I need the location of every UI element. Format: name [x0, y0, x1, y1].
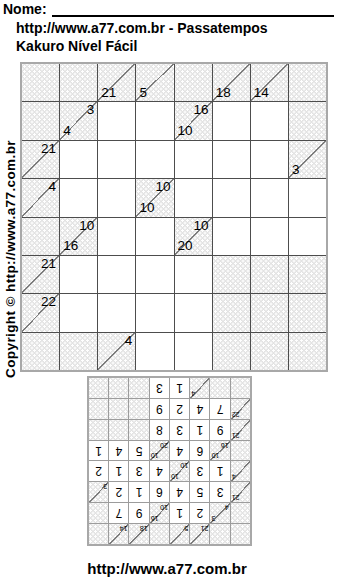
blocked-cell — [289, 64, 326, 101]
blocked-cell — [22, 102, 59, 139]
clue-cell: 18 — [130, 524, 149, 544]
clue-cell: 4 — [190, 378, 209, 398]
blocked-cell — [130, 420, 149, 440]
clue-cell: 1610 — [175, 102, 212, 139]
solution-digit: 4 — [170, 441, 189, 461]
solution-cell: 8 — [150, 420, 169, 440]
solution-cell: 6 — [190, 441, 209, 461]
blocked-cell — [109, 378, 128, 398]
solution-cell: 2 — [170, 399, 189, 419]
solution-digit: 4 — [109, 441, 128, 461]
solution-digit: 1 — [211, 462, 230, 482]
across-clue: 10 — [194, 219, 209, 233]
across-clue: 10 — [212, 453, 220, 460]
across-clue: 21 — [232, 494, 240, 501]
solution-digit: 4 — [150, 462, 169, 482]
across-clue: 10 — [79, 219, 94, 233]
solution-digit: 1 — [190, 420, 209, 440]
clue-cell: 3 — [289, 141, 326, 178]
solution-digit: 1 — [170, 503, 189, 523]
puzzle-title: Kakuro Nível Fácil — [16, 38, 137, 54]
blocked-cell — [60, 64, 97, 101]
blocked-cell — [231, 503, 250, 523]
across-clue: 21 — [41, 257, 56, 271]
across-clue: 10 — [155, 180, 170, 194]
entry-cell[interactable] — [136, 102, 173, 139]
entry-cell[interactable] — [251, 102, 288, 139]
entry-cell[interactable] — [213, 141, 250, 178]
across-clue: 4 — [49, 180, 57, 194]
clue-cell: 22 — [231, 399, 250, 419]
solution-cell: 3 — [130, 462, 149, 482]
down-clue: 5 — [184, 525, 188, 532]
solution-digit: 1 — [130, 482, 149, 502]
blocked-cell — [89, 399, 108, 419]
solution-cell: 4 — [170, 441, 189, 461]
clue-cell: 22 — [22, 294, 59, 331]
clue-cell: 1610 — [150, 503, 169, 523]
clue-cell: 5 — [136, 64, 173, 101]
solution-cell: 9 — [211, 420, 230, 440]
blocked-cell — [22, 218, 59, 255]
solution-cell: 4 — [170, 482, 189, 502]
site-title: http://www.a77.com.br - Passatempos — [16, 20, 268, 36]
entry-cell[interactable] — [60, 179, 97, 216]
solution-cell: 7 — [211, 399, 230, 419]
clue-cell: 1020 — [150, 441, 169, 461]
solution-cell: 1 — [109, 462, 128, 482]
blocked-cell — [231, 441, 250, 461]
clue-cell: 1010 — [136, 179, 173, 216]
solution-cell: 1 — [170, 378, 189, 398]
solution-cell: 1 — [89, 441, 108, 461]
entry-cell[interactable] — [213, 102, 250, 139]
blocked-cell — [251, 294, 288, 331]
solution-cell: 3 — [211, 482, 230, 502]
entry-cell[interactable] — [213, 218, 250, 255]
entry-cell[interactable] — [136, 218, 173, 255]
blocked-cell — [89, 524, 108, 544]
entry-cell[interactable] — [175, 256, 212, 293]
name-label: Nome: — [3, 1, 47, 17]
solution-digit: 7 — [211, 399, 230, 419]
blocked-cell — [89, 503, 108, 523]
clue-cell: 1016 — [60, 218, 97, 255]
clue-cell: 3 — [89, 482, 108, 502]
across-clue: 4 — [191, 390, 195, 397]
blocked-cell — [22, 333, 59, 370]
solution-digit: 8 — [150, 420, 169, 440]
solution-digit: 4 — [190, 399, 209, 419]
across-clue: 22 — [232, 411, 240, 418]
solution-cell: 6 — [150, 482, 169, 502]
clue-cell: 34 — [60, 102, 97, 139]
down-clue: 20 — [178, 239, 193, 253]
solution-digit: 3 — [190, 462, 209, 482]
clue-cell: 21 — [98, 64, 135, 101]
solution-cell: 2 — [190, 503, 209, 523]
solution-cell: 1 — [211, 462, 230, 482]
blocked-cell — [251, 256, 288, 293]
clue-cell: 21 — [22, 256, 59, 293]
across-clue: 4 — [125, 334, 133, 348]
clue-cell: 21 — [22, 141, 59, 178]
blocked-cell — [211, 378, 230, 398]
blocked-cell — [289, 102, 326, 139]
across-clue: 10 — [171, 473, 179, 480]
down-clue: 5 — [139, 86, 147, 100]
blocked-cell — [289, 294, 326, 331]
down-clue: 10 — [178, 124, 193, 138]
solution-digit: 9 — [150, 399, 169, 419]
clue-cell: 1010 — [170, 462, 189, 482]
entry-cell[interactable] — [289, 218, 326, 255]
entry-cell[interactable] — [98, 218, 135, 255]
clue-cell: 1016 — [211, 441, 230, 461]
across-clue: 16 — [151, 515, 159, 522]
solution-cell: 9 — [130, 503, 149, 523]
solution-digit: 2 — [170, 399, 189, 419]
clue-cell: 21 — [231, 482, 250, 502]
entry-cell[interactable] — [251, 218, 288, 255]
blocked-cell — [231, 524, 250, 544]
entry-cell[interactable] — [98, 256, 135, 293]
down-clue: 10 — [139, 201, 154, 215]
solution-digit: 5 — [130, 441, 149, 461]
solution-digit: 1 — [109, 462, 128, 482]
solution-digit: 9 — [130, 503, 149, 523]
down-clue: 10 — [160, 504, 168, 511]
solution-digit: 2 — [89, 462, 108, 482]
down-clue: 18 — [140, 525, 148, 532]
clue-cell: 4 — [22, 179, 59, 216]
down-clue: 21 — [101, 86, 116, 100]
solution-digit: 6 — [150, 482, 169, 502]
solution-cell: 7 — [109, 503, 128, 523]
down-clue: 14 — [120, 525, 128, 532]
entry-cell[interactable] — [251, 141, 288, 178]
solution-digit: 7 — [109, 503, 128, 523]
down-clue: 4 — [225, 504, 229, 511]
solution-cell: 9 — [150, 399, 169, 419]
across-clue: 21 — [41, 142, 56, 156]
solution-digit: 3 — [170, 420, 189, 440]
entry-cell[interactable] — [175, 294, 212, 331]
entry-cell[interactable] — [98, 179, 135, 216]
entry-cell[interactable] — [98, 141, 135, 178]
blocked-cell — [89, 378, 108, 398]
clue-cell: 1020 — [175, 218, 212, 255]
entry-cell[interactable] — [175, 141, 212, 178]
down-clue: 10 — [180, 463, 188, 470]
blocked-cell — [289, 333, 326, 370]
kakuro-solution-grid-rotated: 2151814342116109721354612341310104312101… — [87, 376, 252, 546]
entry-cell[interactable] — [60, 141, 97, 178]
entry-cell[interactable] — [60, 256, 97, 293]
clue-cell: 4 — [98, 333, 135, 370]
solution-cell: 3 — [190, 462, 209, 482]
clue-cell: 14 — [109, 524, 128, 544]
down-clue: 16 — [63, 239, 78, 253]
down-clue: 20 — [160, 442, 168, 449]
entry-cell[interactable] — [175, 333, 212, 370]
entry-cell[interactable] — [136, 141, 173, 178]
blocked-cell — [251, 333, 288, 370]
down-clue: 14 — [254, 86, 269, 100]
blocked-cell — [289, 256, 326, 293]
name-underline[interactable] — [52, 0, 334, 17]
blocked-cell — [130, 399, 149, 419]
clue-cell: 14 — [251, 64, 288, 101]
solution-digit: 3 — [150, 378, 169, 398]
solution-cell: 1 — [130, 482, 149, 502]
solution-cell: 5 — [190, 482, 209, 502]
blocked-cell — [175, 64, 212, 101]
entry-cell[interactable] — [136, 333, 173, 370]
down-clue: 3 — [103, 483, 107, 490]
down-clue: 18 — [216, 86, 231, 100]
solution-cell: 1 — [170, 503, 189, 523]
solution-cell: 4 — [150, 462, 169, 482]
across-clue: 21 — [232, 432, 240, 439]
solution-cell: 1 — [190, 420, 209, 440]
clue-cell: 21 — [231, 420, 250, 440]
clue-cell: 21 — [190, 524, 209, 544]
clue-cell: 18 — [213, 64, 250, 101]
across-clue: 22 — [41, 295, 56, 309]
solution-cell: 4 — [190, 399, 209, 419]
entry-cell[interactable] — [175, 179, 212, 216]
clue-cell: 4 — [231, 462, 250, 482]
solution-digit: 5 — [190, 482, 209, 502]
down-clue: 3 — [292, 163, 300, 177]
page: Nome: http://www.a77.com.br - Passatempo… — [0, 0, 340, 584]
down-clue: 21 — [201, 525, 209, 532]
solution-cell: 3 — [150, 378, 169, 398]
blocked-cell — [213, 294, 250, 331]
entry-cell[interactable] — [98, 294, 135, 331]
entry-cell[interactable] — [289, 179, 326, 216]
across-clue: 16 — [194, 103, 209, 117]
entry-cell[interactable] — [213, 179, 250, 216]
solution-cell: 3 — [170, 420, 189, 440]
solution-cell: 2 — [109, 482, 128, 502]
footer-url: http://www.a77.com.br — [0, 560, 334, 577]
across-clue: 10 — [151, 453, 159, 460]
blocked-cell — [22, 64, 59, 101]
across-clue: 4 — [232, 473, 236, 480]
solution-digit: 1 — [89, 441, 108, 461]
solution-digit: 3 — [211, 482, 230, 502]
solution-digit: 2 — [109, 482, 128, 502]
entry-cell[interactable] — [136, 294, 173, 331]
solution-digit: 9 — [211, 420, 230, 440]
blocked-cell — [60, 333, 97, 370]
solution-cell: 5 — [130, 441, 149, 461]
entry-cell[interactable] — [136, 256, 173, 293]
blocked-cell — [130, 378, 149, 398]
clue-cell: 5 — [170, 524, 189, 544]
across-clue: 3 — [212, 515, 216, 522]
blocked-cell — [231, 378, 250, 398]
entry-cell[interactable] — [98, 102, 135, 139]
blocked-cell — [109, 399, 128, 419]
solution-digit: 6 — [190, 441, 209, 461]
entry-cell[interactable] — [60, 294, 97, 331]
blocked-cell — [109, 420, 128, 440]
blocked-cell — [213, 333, 250, 370]
down-clue: 16 — [221, 442, 229, 449]
across-clue: 3 — [87, 103, 95, 117]
clue-cell: 34 — [211, 503, 230, 523]
copyright-vertical-text: Copyright © http://www.a77.com.br — [3, 140, 18, 378]
down-clue: 4 — [63, 124, 71, 138]
solution-digit: 3 — [130, 462, 149, 482]
solution-digit: 1 — [170, 378, 189, 398]
kakuro-puzzle-grid: 2151814341610213410101016102021224 — [20, 62, 328, 372]
blocked-cell — [211, 524, 230, 544]
entry-cell[interactable] — [251, 179, 288, 216]
solution-cell: 2 — [89, 462, 108, 482]
solution-cell: 4 — [109, 441, 128, 461]
blocked-cell — [213, 256, 250, 293]
blocked-cell — [89, 420, 108, 440]
blocked-cell — [150, 524, 169, 544]
solution-digit: 4 — [170, 482, 189, 502]
solution-digit: 2 — [190, 503, 209, 523]
